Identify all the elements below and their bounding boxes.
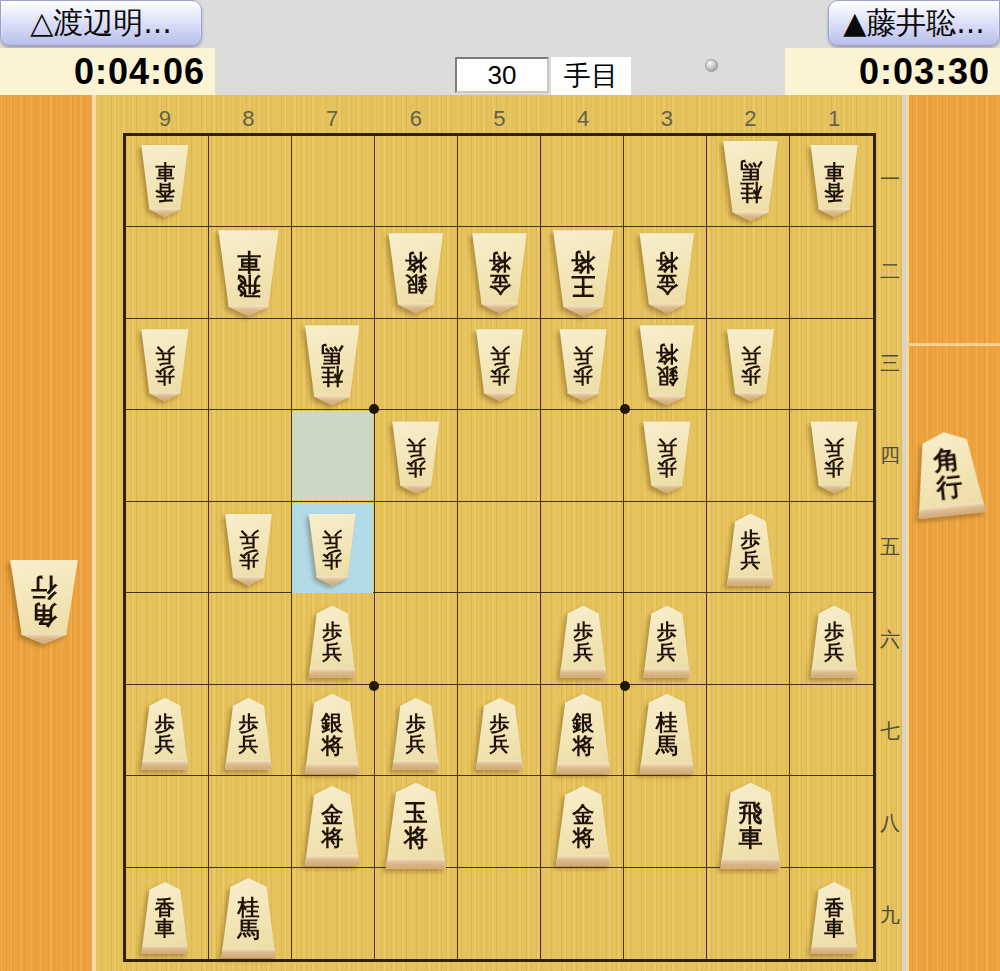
file-label-8: 8: [207, 106, 291, 132]
koma-kanji: 香車: [155, 161, 175, 202]
board-cell-5-9[interactable]: [458, 868, 541, 959]
koma-gote-kyo[interactable]: 香車: [140, 145, 190, 217]
star-point-icon: [620, 681, 630, 691]
koma-sente-kyo[interactable]: 香車: [809, 882, 859, 954]
koma-body: 歩兵: [809, 421, 859, 493]
koma-body: 歩兵: [642, 606, 692, 678]
rank-label-2: 二: [878, 225, 902, 317]
koma-kanji: 歩兵: [657, 437, 677, 478]
board-cell-2-7[interactable]: [707, 685, 790, 776]
koma-sente-fu[interactable]: 歩兵: [642, 606, 692, 678]
player-name-sente: ▲藤井聡...: [843, 3, 985, 44]
board-cell-8-6[interactable]: [209, 593, 292, 684]
komadai-shelf-line: [906, 343, 1000, 346]
koma-body: 歩兵: [475, 698, 525, 770]
clock-sente: 0:03:30: [785, 48, 1000, 95]
koma-sente-kei[interactable]: 桂馬: [220, 878, 278, 958]
koma-kanji: 角行: [932, 446, 963, 501]
koma-body: 歩兵: [224, 698, 274, 770]
koma-kanji: 歩兵: [406, 437, 426, 478]
board-cell-2-9[interactable]: [707, 868, 790, 959]
koma-gote-kin[interactable]: 金将: [471, 233, 529, 313]
komadai-sente: [906, 95, 1000, 971]
board-cell-9-4[interactable]: [126, 410, 209, 501]
board-cell-4-1[interactable]: [541, 136, 624, 227]
koma-kanji: 王将: [571, 249, 595, 298]
koma-gote-kin[interactable]: 金将: [638, 233, 696, 313]
koma-body: 歩兵: [391, 698, 441, 770]
koma-kanji: 角行: [31, 575, 57, 628]
board-cell-1-2[interactable]: [790, 227, 873, 318]
board-cell-6-1[interactable]: [375, 136, 458, 227]
status-orb-icon: [705, 59, 718, 72]
koma-sente-fu[interactable]: 歩兵: [391, 698, 441, 770]
koma-sente-kin[interactable]: 金将: [303, 786, 361, 866]
koma-body: 歩兵: [224, 514, 274, 586]
koma-gote-fu[interactable]: 歩兵: [642, 421, 692, 493]
koma-body: 歩兵: [558, 606, 608, 678]
rank-label-7: 七: [878, 686, 902, 778]
koma-gote-fu[interactable]: 歩兵: [558, 329, 608, 401]
koma-kanji: 銀将: [656, 343, 678, 388]
board-cell-6-5[interactable]: [375, 502, 458, 593]
koma-kanji: 歩兵: [573, 621, 593, 662]
file-label-3: 3: [625, 106, 709, 132]
rank-label-8: 八: [878, 778, 902, 870]
clock-sente-time: 0:03:30: [859, 51, 990, 93]
clock-gote: 0:04:06: [0, 48, 215, 95]
koma-body: 歩兵: [391, 421, 441, 493]
board-cell-5-1[interactable]: [458, 136, 541, 227]
koma-body: 金将: [303, 786, 361, 866]
koma-kanji: 歩兵: [322, 621, 342, 662]
koma-body: 桂馬: [303, 325, 361, 405]
koma-body: 香車: [809, 882, 859, 954]
board-cell-6-3[interactable]: [375, 319, 458, 410]
koma-kanji: 金将: [489, 251, 511, 296]
koma-body: 角行: [908, 428, 988, 519]
koma-kanji: 歩兵: [155, 713, 175, 754]
koma-kanji: 桂馬: [321, 343, 343, 388]
koma-gote-hi[interactable]: 飛車: [217, 230, 281, 316]
move-number-input[interactable]: [455, 57, 549, 93]
file-label-1: 1: [792, 106, 876, 132]
koma-body: 香車: [809, 145, 859, 217]
star-point-icon: [369, 681, 379, 691]
board-cell-4-9[interactable]: [541, 868, 624, 959]
board-cell-1-5[interactable]: [790, 502, 873, 593]
koma-body: 銀将: [554, 694, 612, 774]
clock-gote-time: 0:04:06: [74, 51, 205, 93]
board-cell-1-7[interactable]: [790, 685, 873, 776]
board-cell-9-6[interactable]: [126, 593, 209, 684]
koma-body: 金将: [554, 786, 612, 866]
koma-body: 歩兵: [642, 421, 692, 493]
koma-kanji: 玉将: [404, 801, 428, 850]
koma-kanji: 歩兵: [824, 621, 844, 662]
rank-label-6: 六: [878, 594, 902, 686]
koma-gote-gin[interactable]: 銀将: [638, 325, 696, 405]
board-cell-5-6[interactable]: [458, 593, 541, 684]
koma-kanji: 歩兵: [490, 345, 510, 386]
board-cell-8-8[interactable]: [209, 776, 292, 867]
koma-gote-kei[interactable]: 桂馬: [722, 141, 780, 221]
koma-gote-fu[interactable]: 歩兵: [809, 421, 859, 493]
koma-gote-fu[interactable]: 歩兵: [224, 514, 274, 586]
board-cell-5-4[interactable]: [458, 410, 541, 501]
koma-gote-fu[interactable]: 歩兵: [391, 421, 441, 493]
koma-gote-ou[interactable]: 王将: [551, 230, 615, 316]
board-cell-9-8[interactable]: [126, 776, 209, 867]
koma-sente-fu[interactable]: 歩兵: [558, 606, 608, 678]
koma-sente-hi[interactable]: 飛車: [719, 783, 783, 869]
board-cell-9-2[interactable]: [126, 227, 209, 318]
koma-sente-fu[interactable]: 歩兵: [307, 606, 357, 678]
file-label-2: 2: [709, 106, 793, 132]
board-cell-7-1[interactable]: [292, 136, 375, 227]
board-cell-7-2[interactable]: [292, 227, 375, 318]
koma-body: 桂馬: [722, 141, 780, 221]
koma-sente-gin[interactable]: 銀将: [303, 694, 361, 774]
koma-body: 歩兵: [140, 329, 190, 401]
board-cell-9-5[interactable]: [126, 502, 209, 593]
board-cell-1-8[interactable]: [790, 776, 873, 867]
file-label-4: 4: [541, 106, 625, 132]
koma-body: 飛車: [217, 230, 281, 316]
file-label-6: 6: [374, 106, 458, 132]
board-cell-3-5[interactable]: [624, 502, 707, 593]
koma-sente-fu[interactable]: 歩兵: [475, 698, 525, 770]
koma-gote-fu[interactable]: 歩兵: [140, 329, 190, 401]
koma-body: 歩兵: [307, 606, 357, 678]
koma-sente-kaku[interactable]: 角行: [908, 428, 988, 519]
board-cell-2-6[interactable]: [707, 593, 790, 684]
koma-kanji: 歩兵: [657, 621, 677, 662]
board-cell-1-3[interactable]: [790, 319, 873, 410]
board-cell-4-5[interactable]: [541, 502, 624, 593]
koma-body: 歩兵: [726, 329, 776, 401]
koma-body: 王将: [551, 230, 615, 316]
file-label-5: 5: [458, 106, 542, 132]
koma-sente-fu[interactable]: 歩兵: [726, 514, 776, 586]
rank-label-3: 三: [878, 317, 902, 409]
koma-body: 飛車: [719, 783, 783, 869]
koma-kanji: 歩兵: [155, 345, 175, 386]
koma-kanji: 桂馬: [238, 896, 260, 941]
file-label-7: 7: [290, 106, 374, 132]
rank-label-9: 九: [878, 870, 902, 962]
koma-sente-kyo[interactable]: 香車: [140, 882, 190, 954]
koma-body: 金将: [638, 233, 696, 313]
koma-kanji: 飛車: [739, 801, 763, 850]
board-cell-4-4[interactable]: [541, 410, 624, 501]
komadai-gote: [0, 95, 96, 971]
koma-sente-fu[interactable]: 歩兵: [224, 698, 274, 770]
koma-kanji: 金将: [656, 251, 678, 296]
koma-body: 桂馬: [638, 694, 696, 774]
koma-kanji: 香車: [155, 898, 175, 939]
shogi-app: △渡辺明... ▲藤井聡... 0:04:06 0:03:30 手目 98765…: [0, 0, 1000, 971]
board-cell-3-1[interactable]: [624, 136, 707, 227]
board-cell-6-6[interactable]: [375, 593, 458, 684]
koma-kanji: 銀将: [405, 251, 427, 296]
rank-label-4: 四: [878, 409, 902, 501]
rank-label-1: 一: [878, 133, 902, 225]
koma-kanji: 香車: [824, 161, 844, 202]
koma-kanji: 飛車: [237, 249, 261, 298]
player-name-gote: △渡辺明...: [30, 3, 172, 44]
koma-gote-kei[interactable]: 桂馬: [303, 325, 361, 405]
board-cell-5-8[interactable]: [458, 776, 541, 867]
koma-gote-fu[interactable]: 歩兵: [726, 329, 776, 401]
board-cell-8-1[interactable]: [209, 136, 292, 227]
koma-kanji: 歩兵: [490, 713, 510, 754]
file-label-9: 9: [123, 106, 207, 132]
koma-sente-kei[interactable]: 桂馬: [638, 694, 696, 774]
koma-kanji: 歩兵: [741, 529, 761, 570]
koma-body: 歩兵: [307, 514, 357, 586]
player-nameplate-gote[interactable]: △渡辺明...: [0, 0, 202, 46]
koma-kanji: 香車: [824, 898, 844, 939]
board-cell-7-9[interactable]: [292, 868, 375, 959]
koma-sente-gyoku[interactable]: 玉将: [384, 783, 448, 869]
koma-kanji: 銀将: [572, 711, 594, 756]
koma-gote-fu[interactable]: 歩兵: [475, 329, 525, 401]
koma-kanji: 歩兵: [322, 529, 342, 570]
koma-body: 金将: [471, 233, 529, 313]
koma-body: 銀将: [638, 325, 696, 405]
koma-body: 歩兵: [809, 606, 859, 678]
koma-body: 歩兵: [726, 514, 776, 586]
koma-kanji: 歩兵: [573, 345, 593, 386]
koma-body: 香車: [140, 145, 190, 217]
rank-label-5: 五: [878, 501, 902, 593]
move-number-label: 手目: [564, 58, 618, 94]
koma-gote-fu[interactable]: 歩兵: [307, 514, 357, 586]
koma-kanji: 歩兵: [824, 437, 844, 478]
koma-body: 香車: [140, 882, 190, 954]
board-cell-3-8[interactable]: [624, 776, 707, 867]
koma-kanji: 桂馬: [656, 711, 678, 756]
koma-body: 玉将: [384, 783, 448, 869]
koma-kanji: 歩兵: [741, 345, 761, 386]
board-cell-3-9[interactable]: [624, 868, 707, 959]
board-cell-8-4[interactable]: [209, 410, 292, 501]
koma-gote-kaku[interactable]: 角行: [8, 560, 80, 644]
koma-kanji: 歩兵: [406, 713, 426, 754]
player-nameplate-sente[interactable]: ▲藤井聡...: [828, 0, 1000, 46]
koma-sente-gin[interactable]: 銀将: [554, 694, 612, 774]
board-cell-8-3[interactable]: [209, 319, 292, 410]
highlight-from-square: [292, 411, 373, 500]
koma-kanji: 歩兵: [239, 713, 259, 754]
koma-body: 歩兵: [558, 329, 608, 401]
koma-sente-kin[interactable]: 金将: [554, 786, 612, 866]
board-cell-2-4[interactable]: [707, 410, 790, 501]
koma-gote-gin[interactable]: 銀将: [387, 233, 445, 313]
koma-gote-kyo[interactable]: 香車: [809, 145, 859, 217]
koma-kanji: 桂馬: [740, 159, 762, 204]
koma-body: 銀将: [387, 233, 445, 313]
koma-sente-fu[interactable]: 歩兵: [809, 606, 859, 678]
koma-body: 歩兵: [140, 698, 190, 770]
koma-body: 銀将: [303, 694, 361, 774]
koma-body: 桂馬: [220, 878, 278, 958]
koma-kanji: 金将: [321, 803, 343, 848]
koma-kanji: 銀将: [321, 711, 343, 756]
koma-sente-fu[interactable]: 歩兵: [140, 698, 190, 770]
board-cell-2-2[interactable]: [707, 227, 790, 318]
koma-kanji: 歩兵: [239, 529, 259, 570]
koma-kanji: 金将: [572, 803, 594, 848]
koma-body: 角行: [8, 560, 80, 644]
komadai-edge: [906, 95, 909, 971]
board-cell-5-5[interactable]: [458, 502, 541, 593]
board-cell-6-9[interactable]: [375, 868, 458, 959]
koma-body: 歩兵: [475, 329, 525, 401]
move-number-label-box: 手目: [551, 57, 631, 95]
